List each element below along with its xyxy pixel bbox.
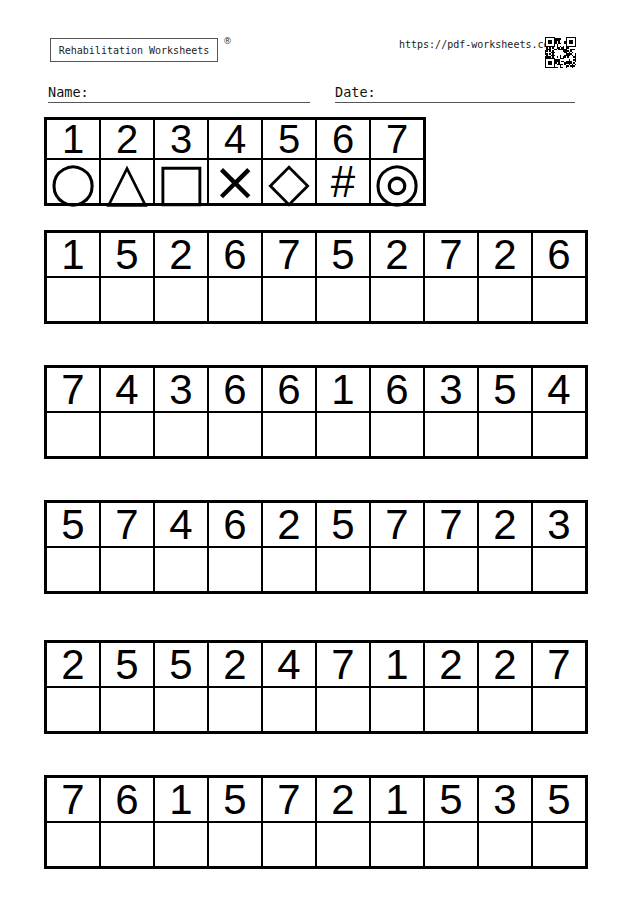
answer-cell[interactable] bbox=[478, 822, 532, 867]
code-cell: 3 bbox=[532, 502, 586, 547]
code-cell: 7 bbox=[424, 232, 478, 277]
code-cell: 7 bbox=[100, 502, 154, 547]
code-cell: 6 bbox=[208, 232, 262, 277]
answer-cell[interactable] bbox=[262, 687, 316, 732]
date-input-line[interactable] bbox=[335, 102, 575, 103]
answer-cell[interactable] bbox=[100, 412, 154, 457]
answer-cell[interactable] bbox=[46, 277, 100, 322]
key-symbol-cell-times: × bbox=[208, 159, 262, 204]
code-cell: 7 bbox=[316, 642, 370, 687]
worksheet-page: Rehabilitation Worksheets ® https://pdf-… bbox=[0, 0, 637, 909]
answer-cell[interactable] bbox=[46, 822, 100, 867]
answer-cell[interactable] bbox=[370, 687, 424, 732]
answer-cell[interactable] bbox=[100, 822, 154, 867]
qr-code bbox=[545, 37, 576, 68]
answer-cell[interactable] bbox=[532, 277, 586, 322]
answer-cell[interactable] bbox=[370, 822, 424, 867]
answer-cell[interactable] bbox=[100, 277, 154, 322]
key-number-cell: 6 bbox=[316, 119, 370, 159]
answer-cell[interactable] bbox=[532, 547, 586, 592]
code-cell: 2 bbox=[46, 642, 100, 687]
answer-cell[interactable] bbox=[46, 547, 100, 592]
code-cell: 5 bbox=[154, 642, 208, 687]
code-cell: 7 bbox=[262, 232, 316, 277]
answer-cell[interactable] bbox=[208, 822, 262, 867]
code-cell: 7 bbox=[370, 502, 424, 547]
code-cell: 2 bbox=[478, 642, 532, 687]
code-cell: 7 bbox=[262, 777, 316, 822]
answer-cell[interactable] bbox=[424, 822, 478, 867]
code-cell: 2 bbox=[424, 642, 478, 687]
code-cell: 7 bbox=[424, 502, 478, 547]
code-cell: 1 bbox=[316, 367, 370, 412]
answer-cell[interactable] bbox=[208, 277, 262, 322]
answer-cell[interactable] bbox=[316, 277, 370, 322]
answer-cell[interactable] bbox=[424, 547, 478, 592]
answer-cell[interactable] bbox=[208, 687, 262, 732]
answer-cell[interactable] bbox=[478, 412, 532, 457]
code-cell: 5 bbox=[46, 502, 100, 547]
code-cell: 1 bbox=[154, 777, 208, 822]
code-cell: 5 bbox=[208, 777, 262, 822]
code-cell: 3 bbox=[424, 367, 478, 412]
code-cell: 5 bbox=[478, 367, 532, 412]
code-cell: 1 bbox=[46, 232, 100, 277]
date-label: Date: bbox=[335, 84, 376, 100]
key-symbol-cell-bullseye: ◎ bbox=[370, 159, 424, 204]
answer-cell[interactable] bbox=[478, 687, 532, 732]
answer-cell[interactable] bbox=[316, 822, 370, 867]
answer-cell[interactable] bbox=[370, 547, 424, 592]
code-cell: 1 bbox=[370, 642, 424, 687]
answer-cell[interactable] bbox=[262, 547, 316, 592]
answer-cell[interactable] bbox=[46, 412, 100, 457]
answer-cell[interactable] bbox=[316, 412, 370, 457]
registered-trademark: ® bbox=[223, 36, 232, 46]
answer-cell[interactable] bbox=[424, 277, 478, 322]
answer-cell[interactable] bbox=[316, 547, 370, 592]
code-cell: 4 bbox=[100, 367, 154, 412]
code-cell: 4 bbox=[262, 642, 316, 687]
code-cell: 6 bbox=[208, 502, 262, 547]
code-cell: 1 bbox=[370, 777, 424, 822]
code-cell: 3 bbox=[154, 367, 208, 412]
answer-cell[interactable] bbox=[154, 687, 208, 732]
code-cell: 6 bbox=[370, 367, 424, 412]
code-cell: 7 bbox=[46, 367, 100, 412]
code-cell: 5 bbox=[316, 502, 370, 547]
answer-cell[interactable] bbox=[100, 547, 154, 592]
key-symbol-cell-triangle: △ bbox=[100, 159, 154, 204]
code-cell: 6 bbox=[100, 777, 154, 822]
answer-cell[interactable] bbox=[532, 412, 586, 457]
answer-cell[interactable] bbox=[154, 277, 208, 322]
code-cell: 2 bbox=[478, 502, 532, 547]
code-cell: 5 bbox=[100, 642, 154, 687]
code-cell: 3 bbox=[478, 777, 532, 822]
code-cell: 4 bbox=[532, 367, 586, 412]
task-table-5: 7615721535 bbox=[44, 775, 588, 869]
code-cell: 6 bbox=[208, 367, 262, 412]
code-cell: 4 bbox=[154, 502, 208, 547]
key-symbol-cell-square: □ bbox=[154, 159, 208, 204]
task-table-3: 5746257723 bbox=[44, 500, 588, 594]
task-table-1: 1526752726 bbox=[44, 230, 588, 324]
brand-label: Rehabilitation Worksheets bbox=[59, 45, 210, 56]
answer-cell[interactable] bbox=[532, 822, 586, 867]
code-cell: 7 bbox=[532, 642, 586, 687]
code-cell: 2 bbox=[316, 777, 370, 822]
code-cell: 5 bbox=[316, 232, 370, 277]
answer-cell[interactable] bbox=[262, 412, 316, 457]
task-table-4: 2552471227 bbox=[44, 640, 588, 734]
code-cell: 6 bbox=[532, 232, 586, 277]
code-cell: 2 bbox=[262, 502, 316, 547]
answer-cell[interactable] bbox=[424, 687, 478, 732]
code-cell: 6 bbox=[262, 367, 316, 412]
key-table: 1234567○△□×◇#◎ bbox=[44, 117, 426, 206]
code-cell: 2 bbox=[208, 642, 262, 687]
key-symbol-cell-circle: ○ bbox=[46, 159, 100, 204]
answer-cell[interactable] bbox=[208, 412, 262, 457]
name-label: Name: bbox=[48, 84, 89, 100]
answer-cell[interactable] bbox=[208, 547, 262, 592]
code-cell: 2 bbox=[478, 232, 532, 277]
code-cell: 5 bbox=[424, 777, 478, 822]
code-cell: 7 bbox=[46, 777, 100, 822]
answer-cell[interactable] bbox=[424, 412, 478, 457]
answer-cell[interactable] bbox=[316, 687, 370, 732]
site-url[interactable]: https://pdf-worksheets.com bbox=[399, 39, 556, 50]
answer-cell[interactable] bbox=[154, 822, 208, 867]
answer-cell[interactable] bbox=[46, 687, 100, 732]
answer-cell[interactable] bbox=[154, 547, 208, 592]
answer-cell[interactable] bbox=[262, 822, 316, 867]
name-input-line[interactable] bbox=[48, 102, 310, 103]
answer-cell[interactable] bbox=[478, 547, 532, 592]
code-cell: 5 bbox=[532, 777, 586, 822]
answer-cell[interactable] bbox=[262, 277, 316, 322]
answer-cell[interactable] bbox=[154, 412, 208, 457]
key-symbol-cell-diamond: ◇ bbox=[262, 159, 316, 204]
key-symbol-cell-hash: # bbox=[316, 159, 370, 204]
brand-box: Rehabilitation Worksheets bbox=[50, 38, 218, 62]
code-cell: 5 bbox=[100, 232, 154, 277]
answer-cell[interactable] bbox=[532, 687, 586, 732]
answer-cell[interactable] bbox=[478, 277, 532, 322]
answer-cell[interactable] bbox=[100, 687, 154, 732]
code-cell: 2 bbox=[154, 232, 208, 277]
code-cell: 2 bbox=[370, 232, 424, 277]
answer-cell[interactable] bbox=[370, 277, 424, 322]
answer-cell[interactable] bbox=[370, 412, 424, 457]
task-table-2: 7436616354 bbox=[44, 365, 588, 459]
